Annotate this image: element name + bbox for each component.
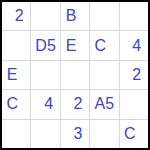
cell-r1c3[interactable]: B (61, 2, 89, 30)
cell-r3c2[interactable] (31, 61, 59, 89)
cell-r4c5[interactable] (120, 90, 148, 118)
cell-r5c5[interactable]: C (120, 120, 148, 148)
cell-r3c3[interactable] (61, 61, 89, 89)
cell-r5c1[interactable] (2, 120, 30, 148)
cell-r5c2[interactable] (31, 120, 59, 148)
cell-r3c4[interactable] (90, 61, 118, 89)
puzzle-board: 2 B D5 E C 4 E 2 C 4 2 A5 3 C (0, 0, 150, 150)
cell-r4c4[interactable]: A5 (90, 90, 118, 118)
cell-r2c1[interactable] (2, 31, 30, 59)
cell-r1c1[interactable]: 2 (2, 2, 30, 30)
cell-r5c4[interactable] (90, 120, 118, 148)
cell-r4c1[interactable]: C (2, 90, 30, 118)
cell-r2c3[interactable]: E (61, 31, 89, 59)
cell-r4c2[interactable]: 4 (31, 90, 59, 118)
cell-r1c5[interactable] (120, 2, 148, 30)
cell-r1c2[interactable] (31, 2, 59, 30)
cell-r2c4[interactable]: C (90, 31, 118, 59)
cell-r2c2[interactable]: D5 (31, 31, 59, 59)
cell-r3c5[interactable]: 2 (120, 61, 148, 89)
cell-r1c4[interactable] (90, 2, 118, 30)
cell-r5c3[interactable]: 3 (61, 120, 89, 148)
cell-r2c5[interactable]: 4 (120, 31, 148, 59)
cell-r3c1[interactable]: E (2, 61, 30, 89)
cell-r4c3[interactable]: 2 (61, 90, 89, 118)
